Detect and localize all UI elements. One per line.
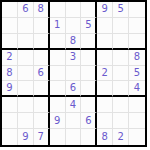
given-digit: 9: [54, 116, 60, 126]
cell-r9c2[interactable]: 9: [18, 129, 34, 145]
given-digit: 5: [117, 4, 123, 14]
given-digit: 8: [6, 68, 12, 78]
cell-r6c1[interactable]: 9: [2, 81, 18, 97]
cell-r9c5[interactable]: [66, 129, 82, 145]
cell-r1c2[interactable]: 6: [18, 2, 34, 18]
cell-r6c8[interactable]: [113, 81, 129, 97]
cell-r9c3[interactable]: 7: [34, 129, 50, 145]
cell-r3c8[interactable]: [113, 34, 129, 50]
cell-r3c9[interactable]: [129, 34, 145, 50]
given-digit: 2: [102, 68, 108, 78]
cell-r8c8[interactable]: [113, 113, 129, 129]
sudoku-screen: 689515823886259644969782: [0, 0, 150, 150]
cell-r4c4[interactable]: [50, 50, 66, 66]
cell-r2c3[interactable]: [34, 18, 50, 34]
cell-r2c2[interactable]: [18, 18, 34, 34]
cell-r3c4[interactable]: [50, 34, 66, 50]
cell-r5c3[interactable]: 6: [34, 66, 50, 82]
given-digit: 5: [134, 68, 140, 78]
cell-r3c6[interactable]: [81, 34, 97, 50]
cell-r4c3[interactable]: [34, 50, 50, 66]
cell-r2c1[interactable]: [2, 18, 18, 34]
given-digit: 2: [117, 132, 123, 142]
sudoku-board: 689515823886259644969782: [0, 0, 147, 147]
cell-r7c6[interactable]: [81, 97, 97, 113]
cell-r7c4[interactable]: [50, 97, 66, 113]
cell-r3c2[interactable]: [18, 34, 34, 50]
cell-r7c7[interactable]: [97, 97, 113, 113]
cell-r7c8[interactable]: [113, 97, 129, 113]
cell-r6c3[interactable]: [34, 81, 50, 97]
cell-r6c4[interactable]: [50, 81, 66, 97]
cell-r8c1[interactable]: [2, 113, 18, 129]
cell-r8c5[interactable]: [66, 113, 82, 129]
cell-r2c8[interactable]: [113, 18, 129, 34]
cell-r8c7[interactable]: [97, 113, 113, 129]
cell-r3c7[interactable]: [97, 34, 113, 50]
cell-r6c9[interactable]: 4: [129, 81, 145, 97]
cell-r8c3[interactable]: [34, 113, 50, 129]
cell-r2c9[interactable]: [129, 18, 145, 34]
cell-r1c7[interactable]: 9: [97, 2, 113, 18]
cell-r2c6[interactable]: 5: [81, 18, 97, 34]
cell-r5c7[interactable]: 2: [97, 66, 113, 82]
cell-r6c2[interactable]: [18, 81, 34, 97]
cell-r8c9[interactable]: [129, 113, 145, 129]
cell-r7c1[interactable]: [2, 97, 18, 113]
given-digit: 8: [70, 36, 76, 46]
cell-r5c2[interactable]: [18, 66, 34, 82]
cell-r1c4[interactable]: [50, 2, 66, 18]
cell-r7c9[interactable]: [129, 97, 145, 113]
cell-r8c6[interactable]: 6: [81, 113, 97, 129]
given-digit: 6: [22, 4, 28, 14]
cell-r7c2[interactable]: [18, 97, 34, 113]
cell-r1c9[interactable]: [129, 2, 145, 18]
cell-r4c2[interactable]: [18, 50, 34, 66]
cell-r6c6[interactable]: [81, 81, 97, 97]
cell-r8c2[interactable]: [18, 113, 34, 129]
given-digit: 8: [38, 4, 44, 14]
cell-r2c5[interactable]: [66, 18, 82, 34]
cell-r4c1[interactable]: 2: [2, 50, 18, 66]
cell-r9c7[interactable]: 8: [97, 129, 113, 145]
given-digit: 9: [102, 4, 108, 14]
cell-r4c8[interactable]: [113, 50, 129, 66]
given-digit: 6: [70, 83, 76, 93]
cell-r5c1[interactable]: 8: [2, 66, 18, 82]
given-digit: 6: [85, 116, 91, 126]
cell-r9c1[interactable]: [2, 129, 18, 145]
cell-r1c1[interactable]: [2, 2, 18, 18]
given-digit: 9: [6, 83, 12, 93]
cell-r7c3[interactable]: [34, 97, 50, 113]
cell-r1c5[interactable]: [66, 2, 82, 18]
given-digit: 3: [70, 52, 76, 62]
cell-r2c4[interactable]: 1: [50, 18, 66, 34]
cell-r9c9[interactable]: [129, 129, 145, 145]
cell-r9c6[interactable]: [81, 129, 97, 145]
cell-r9c4[interactable]: [50, 129, 66, 145]
cell-r6c7[interactable]: [97, 81, 113, 97]
given-digit: 4: [134, 83, 140, 93]
given-digit: 1: [54, 20, 60, 30]
given-digit: 8: [134, 52, 140, 62]
cell-r5c4[interactable]: [50, 66, 66, 82]
given-digit: 2: [6, 52, 12, 62]
cell-r4c5[interactable]: 3: [66, 50, 82, 66]
given-digit: 4: [70, 100, 76, 110]
cell-r7c5[interactable]: 4: [66, 97, 82, 113]
cell-r6c5[interactable]: 6: [66, 81, 82, 97]
cell-r8c4[interactable]: 9: [50, 113, 66, 129]
given-digit: 5: [85, 20, 91, 30]
cell-r9c8[interactable]: 2: [113, 129, 129, 145]
cell-r5c5[interactable]: [66, 66, 82, 82]
cell-r4c9[interactable]: 8: [129, 50, 145, 66]
given-digit: 9: [22, 132, 28, 142]
cell-r5c6[interactable]: [81, 66, 97, 82]
given-digit: 8: [102, 132, 108, 142]
given-digit: 7: [38, 132, 44, 142]
cell-r5c9[interactable]: 5: [129, 66, 145, 82]
given-digit: 6: [38, 68, 44, 78]
cell-r2c7[interactable]: [97, 18, 113, 34]
cell-r5c8[interactable]: [113, 66, 129, 82]
cell-r1c3[interactable]: 8: [34, 2, 50, 18]
cell-r4c7[interactable]: [97, 50, 113, 66]
cell-r3c3[interactable]: [34, 34, 50, 50]
cell-r1c8[interactable]: 5: [113, 2, 129, 18]
cell-r1c6[interactable]: [81, 2, 97, 18]
cell-r3c1[interactable]: [2, 34, 18, 50]
cell-r3c5[interactable]: 8: [66, 34, 82, 50]
cell-r4c6[interactable]: [81, 50, 97, 66]
